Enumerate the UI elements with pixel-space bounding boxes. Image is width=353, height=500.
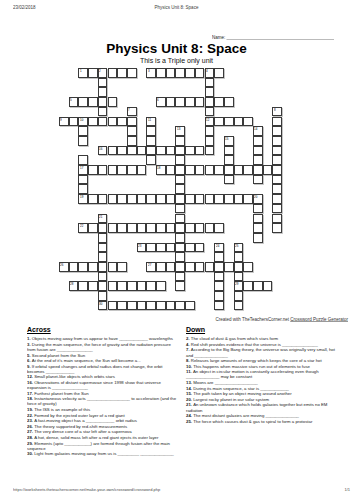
grid-cell <box>234 272 244 282</box>
grid-cell <box>205 97 215 107</box>
grid-cell <box>98 194 108 204</box>
cell-number: 3 <box>148 69 150 72</box>
grid-cell: 25 <box>234 243 244 253</box>
grid-cell <box>272 165 282 175</box>
down-clues-section: Down 2. The cloud of dust & gas from whi… <box>186 326 342 500</box>
grid-cell <box>272 214 282 224</box>
grid-cell <box>224 262 234 272</box>
grid-cell <box>185 165 195 175</box>
grid-cell <box>205 194 215 204</box>
cell-number: 22 <box>80 224 83 227</box>
grid-cell <box>146 155 156 165</box>
grid-cell <box>263 281 273 291</box>
grid-cell <box>205 107 215 117</box>
grid-cell <box>98 78 108 88</box>
grid-cell <box>146 301 156 311</box>
grid-cell <box>214 194 224 204</box>
across-clue-list: 1. Objects moving away from us appear to… <box>27 336 179 500</box>
grid-cell <box>98 117 108 127</box>
grid-cell <box>214 97 224 107</box>
grid-cell <box>175 97 185 107</box>
cell-number: 25 <box>235 244 238 247</box>
grid-cell <box>127 165 137 175</box>
clue-item: 13. Moons are __________________ <box>186 380 342 385</box>
grid-cell <box>146 243 156 253</box>
grid-cell <box>175 68 185 78</box>
grid-cell <box>127 223 137 233</box>
grid-cell <box>156 301 166 311</box>
grid-cell <box>137 146 147 156</box>
grid-cell <box>253 155 263 165</box>
grid-cell <box>137 165 147 175</box>
grid-cell <box>272 184 282 194</box>
grid-cell <box>224 155 234 165</box>
grid-cell <box>185 146 195 156</box>
clue-item: 4. Red shift provides evidence that the … <box>186 342 342 347</box>
grid-cell <box>272 117 282 127</box>
grid-cell <box>185 223 195 233</box>
grid-cell <box>175 214 185 224</box>
grid-cell <box>253 281 263 291</box>
cell-number: 15 <box>225 137 228 140</box>
grid-cell <box>127 146 137 156</box>
grid-cell <box>214 165 224 175</box>
grid-cell: 12 <box>205 117 215 127</box>
clue-item: 28. A hot, dense, solid mass left after … <box>27 435 179 440</box>
grid-cell <box>263 165 273 175</box>
grid-cell <box>166 223 176 233</box>
grid-cell <box>195 262 205 272</box>
grid-cell <box>205 262 215 272</box>
grid-cell <box>234 291 244 301</box>
grid-cell <box>243 165 253 175</box>
grid-cell <box>214 262 224 272</box>
clue-item: 19. The ISS is an example of this <box>27 407 179 412</box>
grid-cell <box>175 301 185 311</box>
grid-cell <box>205 136 215 146</box>
cell-number: 20 <box>254 195 257 198</box>
grid-cell <box>175 223 185 233</box>
grid-cell <box>98 97 108 107</box>
cell-number: 19 <box>80 195 83 198</box>
grid-cell <box>175 243 185 253</box>
grid-cell <box>195 97 205 107</box>
grid-cell <box>117 146 127 156</box>
clue-item: 20. Largest rocky planet in our solar sy… <box>186 397 342 402</box>
grid-cell <box>243 281 253 291</box>
grid-cell <box>69 117 79 127</box>
grid-cell <box>88 117 98 127</box>
grid-cell: 26 <box>59 262 69 272</box>
grid-cell <box>253 204 263 214</box>
clue-item: 5. Second planet from the Sun <box>27 352 179 357</box>
grid-cell <box>137 194 147 204</box>
cell-number: 29 <box>235 282 238 285</box>
cell-number: 7 <box>128 108 130 111</box>
grid-cell <box>272 146 282 156</box>
grid-cell <box>166 194 176 204</box>
grid-cell: 10 <box>78 117 88 127</box>
clue-item: 10. This happens when massive stars run … <box>186 364 342 369</box>
grid-cell <box>185 262 195 272</box>
cell-number: 17 <box>80 166 83 169</box>
grid-cell <box>166 68 176 78</box>
grid-cell <box>98 165 108 175</box>
grid-cell <box>234 117 244 127</box>
grid-cell <box>185 194 195 204</box>
grid-cell <box>88 262 98 272</box>
grid-cell <box>78 175 88 185</box>
cell-number: 5 <box>70 98 72 101</box>
grid-cell: 4 <box>205 68 215 78</box>
grid-cell <box>88 165 98 175</box>
grid-cell <box>166 165 176 175</box>
grid-cell: 1 <box>78 68 88 78</box>
cell-number: 18 <box>157 166 160 169</box>
page-title: Physics Unit 8: Space <box>0 41 353 56</box>
clue-item: 8. Releases large amounts of energy whic… <box>186 358 342 363</box>
grid-cell <box>224 165 234 175</box>
grid-cell <box>205 146 215 156</box>
cell-number: 6 <box>157 98 159 101</box>
clue-item: 26. The theory supported by red-shift me… <box>27 424 179 429</box>
grid-cell <box>253 136 263 146</box>
grid-cell <box>69 262 79 272</box>
clue-item: 16. Observations of distant supernovae s… <box>27 380 179 390</box>
grid-cell <box>156 68 166 78</box>
clue-item: 3. During the main sequence, the force o… <box>27 342 179 352</box>
across-clues-section: Across 1. Objects moving away from us ap… <box>27 326 179 500</box>
grid-cell <box>214 68 224 78</box>
grid-cell <box>175 252 185 262</box>
grid-cell <box>253 146 263 156</box>
grid-cell <box>117 117 127 127</box>
grid-cell <box>214 301 224 311</box>
clue-item: 17. Furthest planet from the Sun <box>27 391 179 396</box>
grid-cell <box>78 97 88 107</box>
clue-item: 29. Elements (upto ___________) are form… <box>27 440 179 450</box>
grid-cell <box>185 301 195 311</box>
grid-cell <box>78 262 88 272</box>
cell-number: 16 <box>99 147 102 150</box>
credit-text: Created with TheTeachersCorner.net <box>216 317 291 322</box>
grid-cell <box>205 78 215 88</box>
grid-cell <box>272 126 282 136</box>
clue-item: 6. At the end of it's main sequence, the… <box>27 358 179 363</box>
grid-cell <box>146 126 156 136</box>
grid-cell <box>243 262 253 272</box>
grid-cell <box>234 252 244 262</box>
grid-cell <box>195 165 205 175</box>
grid-cell <box>185 243 195 253</box>
grid-cell: 22 <box>78 223 88 233</box>
grid-cell: 8 <box>272 107 282 117</box>
grid-cell <box>108 281 118 291</box>
grid-cell <box>88 223 98 233</box>
grid-cell <box>175 194 185 204</box>
grid-cell <box>234 194 244 204</box>
cell-number: 11 <box>148 118 151 121</box>
clue-item: 11. An object in circular motion is cons… <box>186 369 342 379</box>
clue-item: 25. The force which causes dust & gas to… <box>186 419 342 424</box>
cell-number: 24 <box>216 244 219 247</box>
grid-cell <box>146 136 156 146</box>
name-label: Name: <box>212 35 225 40</box>
grid-cell <box>108 223 118 233</box>
grid-cell <box>108 146 118 156</box>
page-number: 1/1 <box>326 487 350 496</box>
name-blank-line <box>226 35 334 40</box>
cell-number: 23 <box>138 244 141 247</box>
grid-cell <box>108 262 118 272</box>
grid-cell <box>175 281 185 291</box>
cell-number: 27 <box>148 263 151 266</box>
grid-cell <box>98 291 108 301</box>
grid-cell: 27 <box>146 262 156 272</box>
clue-item: 14. During its main sequence, a star is … <box>186 385 342 390</box>
grid-cell: 13 <box>175 126 185 136</box>
grid-cell <box>156 243 166 253</box>
grid-cell <box>98 87 108 97</box>
grid-cell: 30 <box>98 301 108 311</box>
clue-item: 22. Formed by the ejected outer layer of… <box>27 412 179 417</box>
grid-cell <box>175 204 185 214</box>
grid-cell <box>205 87 215 97</box>
grid-cell <box>166 243 176 253</box>
page-subtitle: This is a Triple only unit <box>0 57 353 64</box>
grid-cell <box>205 126 215 136</box>
grid-cell <box>117 301 127 311</box>
grid-cell <box>253 175 263 185</box>
grid-cell <box>195 68 205 78</box>
grid-cell <box>224 117 234 127</box>
grid-cell <box>117 194 127 204</box>
grid-cell: 29 <box>234 281 244 291</box>
clue-item: 1. Objects moving away from us appear to… <box>27 336 179 341</box>
browser-print-header-title: Physics Unit 8: Space <box>0 5 353 15</box>
grid-cell: 20 <box>253 194 263 204</box>
grid-cell: 21 <box>98 214 108 224</box>
clue-item: 9. If orbital speed changes and orbital … <box>27 364 179 374</box>
cell-number: 10 <box>80 118 83 121</box>
grid-cell <box>195 146 205 156</box>
grid-cell <box>156 223 166 233</box>
cell-number: 13 <box>177 127 180 130</box>
across-heading: Across <box>27 326 179 333</box>
grid-cell: 23 <box>137 243 147 253</box>
grid-cell <box>146 281 156 291</box>
cell-number: 9 <box>60 118 62 121</box>
grid-cell <box>234 262 244 272</box>
grid-cell <box>214 117 224 127</box>
clue-item: 27. The very dense core of a star left a… <box>27 429 179 434</box>
grid-cell <box>175 165 185 175</box>
grid-cell <box>88 97 98 107</box>
cell-number: 14 <box>254 127 257 130</box>
grid-cell: 16 <box>98 146 108 156</box>
grid-cell <box>117 68 127 78</box>
grid-cell <box>98 272 108 282</box>
grid-cell <box>98 243 108 253</box>
grid-cell <box>175 184 185 194</box>
grid-cell: 18 <box>156 165 166 175</box>
grid-cell <box>175 233 185 243</box>
cell-number: 8 <box>274 108 276 111</box>
grid-cell <box>98 233 108 243</box>
grid-cell: 19 <box>78 194 88 204</box>
grid-cell <box>88 68 98 78</box>
down-heading: Down <box>186 326 342 333</box>
grid-cell <box>127 194 137 204</box>
clue-item: 23. A fast-moving object has a _________… <box>27 418 179 423</box>
grid-cell <box>117 165 127 175</box>
grid-cell <box>117 262 127 272</box>
clue-item: 12. Small planet-like objects which orbi… <box>27 374 179 379</box>
grid-cell <box>117 281 127 291</box>
cell-number: 26 <box>60 263 63 266</box>
grid-cell <box>214 272 224 282</box>
grid-cell <box>175 262 185 272</box>
grid-cell: 17 <box>78 165 88 175</box>
clue-item: 2. The cloud of dust & gas from which st… <box>186 336 342 341</box>
grid-cell <box>137 301 147 311</box>
grid-cell <box>137 223 147 233</box>
grid-cell <box>146 146 156 156</box>
clue-item: 30. Light from galaxies moving away from… <box>27 451 179 456</box>
grid-cell: 2 <box>98 68 108 78</box>
grid-cell <box>117 223 127 233</box>
grid-cell <box>166 97 176 107</box>
grid-cell <box>175 155 185 165</box>
grid-cell <box>272 204 282 214</box>
cell-number: 21 <box>99 215 102 218</box>
cell-number: 4 <box>206 69 208 72</box>
grid-cell <box>195 194 205 204</box>
grid-cell <box>166 262 176 272</box>
grid-cell <box>185 68 195 78</box>
down-clue-list: 2. The cloud of dust & gas from which st… <box>186 336 342 500</box>
crossword-grid: 1234567891011121314151617181920212223242… <box>59 68 283 311</box>
grid-cell <box>98 281 108 291</box>
grid-cell <box>185 97 195 107</box>
grid-cell <box>272 175 282 185</box>
grid-cell <box>272 136 282 146</box>
grid-cell <box>78 184 88 194</box>
cell-number: 12 <box>206 118 209 121</box>
grid-cell <box>175 272 185 282</box>
grid-cell <box>205 165 215 175</box>
grid-cell <box>156 262 166 272</box>
footer-url: https://worksheets.theteacherscorner.net… <box>13 487 333 496</box>
grid-cell: 14 <box>253 126 263 136</box>
cell-number: 30 <box>99 302 102 305</box>
grid-cell <box>88 281 98 291</box>
grid-cell <box>146 223 156 233</box>
worksheet-page: { "game": "crossword", "header": { "date… <box>0 0 353 500</box>
grid-cell <box>214 252 224 262</box>
grid-cell <box>224 146 234 156</box>
grid-cell <box>243 194 253 204</box>
grid-cell: 28 <box>69 281 79 291</box>
grid-cell: 3 <box>146 68 156 78</box>
grid-cell <box>253 214 263 224</box>
grid-cell <box>272 155 282 165</box>
clue-item: 24. The most distant galaxies are moving… <box>186 413 342 418</box>
grid-cell <box>127 281 137 291</box>
grid-cell <box>127 117 137 127</box>
grid-cell: 11 <box>146 117 156 127</box>
grid-cell <box>78 155 88 165</box>
grid-cell <box>137 281 147 291</box>
grid-cell: 9 <box>59 117 69 127</box>
grid-cell <box>195 243 205 253</box>
grid-cell <box>175 146 185 156</box>
grid-cell: 5 <box>69 97 79 107</box>
grid-cell <box>205 223 215 233</box>
cell-number: 1 <box>80 69 82 72</box>
cell-number: 2 <box>99 69 101 72</box>
generator-link[interactable]: Crossword Puzzle Generator <box>290 317 348 322</box>
grid-cell <box>98 262 108 272</box>
grid-cell <box>243 117 253 127</box>
grid-cell <box>224 175 234 185</box>
clue-item: 15. The path taken by an object moving a… <box>186 391 342 396</box>
grid-cell <box>108 165 118 175</box>
grid-cell <box>253 223 263 233</box>
grid-cell <box>214 223 224 233</box>
clue-item: 21. An unknown substance which holds gal… <box>186 402 342 412</box>
grid-cell <box>127 68 137 78</box>
grid-cell <box>224 194 234 204</box>
grid-cell <box>156 281 166 291</box>
grid-cell: 15 <box>224 136 234 146</box>
grid-cell <box>272 223 282 233</box>
grid-cell <box>166 146 176 156</box>
grid-cell <box>175 175 185 185</box>
grid-cell <box>108 301 118 311</box>
clue-item: 18. Instantaneous velocity acts ________… <box>27 396 179 406</box>
grid-cell <box>175 136 185 146</box>
grid-cell <box>108 117 118 127</box>
grid-cell <box>166 301 176 311</box>
grid-cell: 7 <box>127 107 137 117</box>
grid-cell <box>98 252 108 262</box>
grid-cell <box>214 291 224 301</box>
grid-cell <box>108 97 118 107</box>
grid-cell <box>78 281 88 291</box>
grid-cell <box>253 233 263 243</box>
grid-cell <box>234 165 244 175</box>
grid-cell <box>214 281 224 291</box>
grid-cell <box>224 97 234 107</box>
grid-cell <box>98 223 108 233</box>
clue-item: 7. According to the Big Bang theory, the… <box>186 347 342 357</box>
grid-cell: 6 <box>156 97 166 107</box>
grid-cell <box>78 126 88 136</box>
grid-cell <box>127 301 137 311</box>
grid-cell <box>98 107 108 117</box>
grid-cell <box>88 194 98 204</box>
grid-cell <box>127 136 137 146</box>
grid-cell <box>108 194 118 204</box>
grid-cell <box>156 146 166 156</box>
grid-cell <box>108 68 118 78</box>
cell-number: 28 <box>70 282 73 285</box>
grid-cell <box>156 194 166 204</box>
grid-cell <box>272 194 282 204</box>
grid-cell <box>127 126 137 136</box>
grid-cell: 24 <box>214 243 224 253</box>
